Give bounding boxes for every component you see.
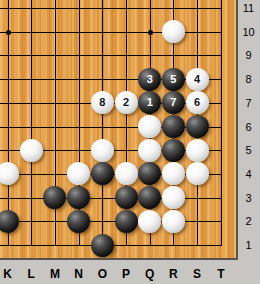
black-stone-K2[interactable] [0,210,19,233]
black-stone-Q8[interactable]: 3 [138,68,161,91]
white-stone-Q6[interactable] [138,115,161,138]
black-stone-Q7[interactable]: 1 [138,91,161,114]
row-label-10: 10 [238,25,259,39]
grid-line-col-O [102,0,103,246]
white-stone-R3[interactable] [162,186,185,209]
black-stone-P2[interactable] [115,210,138,233]
black-stone-O4[interactable] [91,162,114,185]
move-number: 3 [147,74,153,85]
white-stone-O5[interactable] [91,139,114,162]
black-stone-R5[interactable] [162,139,185,162]
grid-line-row-2 [0,221,222,222]
row-label-11: 11 [238,1,259,15]
white-stone-P4[interactable] [115,162,138,185]
grid-line-row-9 [0,55,222,56]
row-label-5: 5 [238,143,259,157]
grid-line-col-M [55,0,56,246]
column-label-S: S [193,267,201,281]
black-stone-Q4[interactable] [138,162,161,185]
black-stone-S6[interactable] [186,115,209,138]
black-stone-N2[interactable] [67,210,90,233]
white-stone-S7[interactable]: 6 [186,91,209,114]
black-stone-M3[interactable] [43,186,66,209]
row-label-9: 9 [238,48,259,62]
black-stone-N3[interactable] [67,186,90,209]
grid-line-row-10 [0,32,222,33]
white-stone-Q5[interactable] [138,139,161,162]
white-stone-N4[interactable] [67,162,90,185]
column-label-T: T [217,267,224,281]
row-label-1: 1 [238,238,259,252]
row-label-2: 2 [238,214,259,228]
grid-line-col-T [221,0,222,246]
grid-line-row-3 [0,198,222,199]
move-number: 4 [194,74,200,85]
white-stone-P7[interactable]: 2 [115,91,138,114]
white-stone-O7[interactable]: 8 [91,91,114,114]
column-label-N: N [74,267,83,281]
go-board[interactable]: 35482176 [0,0,238,260]
star-point-Q10 [148,30,153,35]
white-stone-R4[interactable] [162,162,185,185]
move-number: 2 [123,97,129,108]
white-stone-Q2[interactable] [138,210,161,233]
black-stone-R8[interactable]: 5 [162,68,185,91]
white-stone-R10[interactable] [162,20,185,43]
row-label-4: 4 [238,167,259,181]
column-label-R: R [169,267,178,281]
go-diagram-window: 35482176 KLMNOPQRST 1110987654321 [0,0,260,284]
column-label-L: L [28,267,35,281]
white-stone-S5[interactable] [186,139,209,162]
grid-line-col-L [31,0,32,246]
black-stone-Q3[interactable] [138,186,161,209]
white-stone-S4[interactable] [186,162,209,185]
move-number: 8 [99,97,105,108]
column-label-P: P [122,267,130,281]
column-label-M: M [50,267,60,281]
column-label-O: O [98,267,107,281]
row-label-3: 3 [238,191,259,205]
row-label-7: 7 [238,96,259,110]
white-stone-K4[interactable] [0,162,19,185]
black-stone-P3[interactable] [115,186,138,209]
column-label-K: K [3,267,12,281]
white-stone-R2[interactable] [162,210,185,233]
move-number: 7 [170,97,176,108]
black-stone-R7[interactable]: 7 [162,91,185,114]
row-label-8: 8 [238,72,259,86]
star-point-K10 [6,30,11,35]
grid-line-row-11 [0,8,222,9]
move-number: 5 [170,74,176,85]
black-stone-R6[interactable] [162,115,185,138]
white-stone-L5[interactable] [20,139,43,162]
white-stone-S8[interactable]: 4 [186,68,209,91]
move-number: 1 [147,97,153,108]
row-label-6: 6 [238,120,259,134]
column-label-Q: Q [145,267,154,281]
move-number: 6 [194,97,200,108]
black-stone-O1[interactable] [91,234,114,257]
